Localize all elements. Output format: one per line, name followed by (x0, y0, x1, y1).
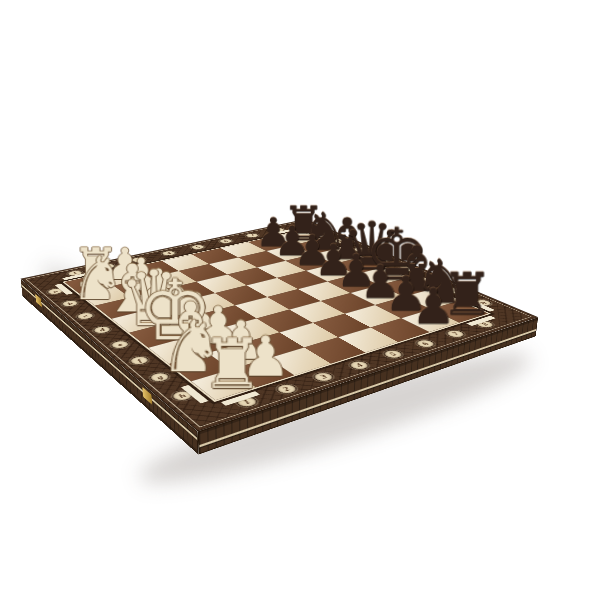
brass-hinge (35, 294, 42, 307)
coordinate-medallion-f: f (127, 355, 152, 367)
coordinate-medallion-e: e (108, 339, 132, 350)
piece-wR-h1[interactable]: ♜ (201, 330, 248, 399)
coordinate-medallion-d: d (90, 325, 113, 335)
product-photo-stage: 12345678 12345678 abcdefgh abcdefgh ♜♟♟♜… (0, 0, 600, 600)
coordinate-medallion-g: g (147, 371, 173, 384)
coordinate-medallion-6: 6 (216, 238, 235, 244)
piece-bP-h7[interactable]: ♟ (412, 282, 452, 331)
coordinate-medallion-c: c (74, 311, 97, 320)
coordinate-medallion-7: 7 (443, 329, 468, 339)
coordinate-medallion-6: 6 (412, 338, 438, 349)
coordinate-medallion-3: 3 (310, 371, 337, 384)
coordinate-medallion-b: b (59, 299, 81, 308)
coordinate-medallion-2: 2 (272, 383, 300, 396)
coordinate-medallion-5: 5 (380, 349, 406, 360)
coordinate-medallion-4: 4 (346, 359, 373, 371)
coordinate-medallion-5: 5 (188, 244, 207, 250)
